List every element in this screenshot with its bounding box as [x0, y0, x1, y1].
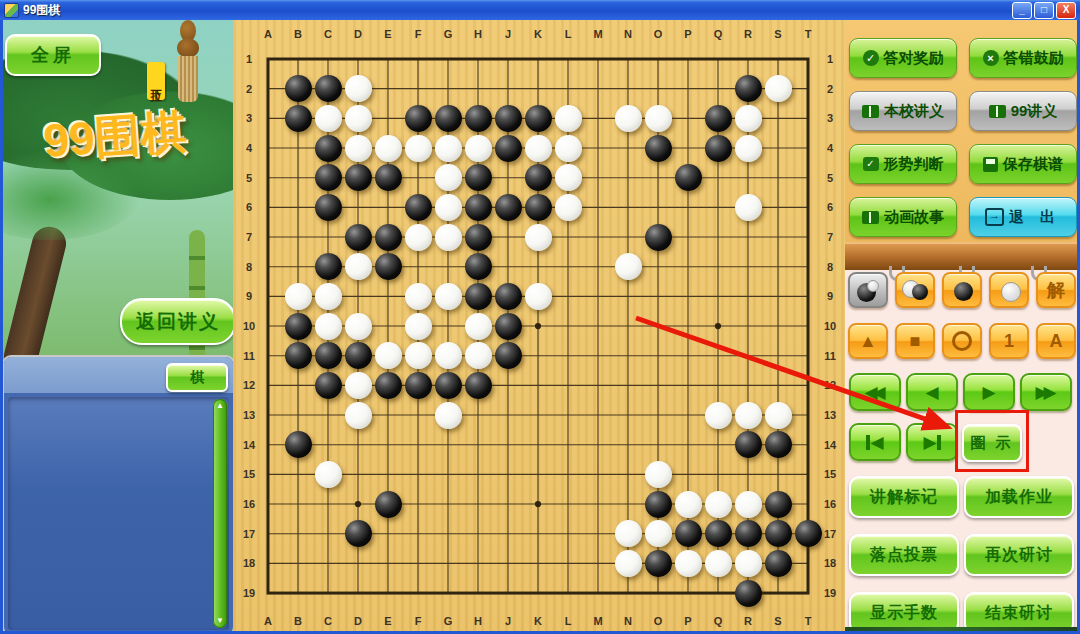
- tool-solve-button[interactable]: 解: [1036, 272, 1076, 308]
- tool-alternate-stones[interactable]: [895, 272, 935, 308]
- white-stone[interactable]: [555, 135, 582, 162]
- coord-letter-bottom: P: [684, 615, 691, 627]
- fast-forward-button[interactable]: ▶▶: [1020, 373, 1072, 411]
- explain-mark-button[interactable]: 讲解标记: [849, 476, 959, 518]
- tab-qi[interactable]: 棋: [166, 363, 228, 392]
- coord-number-right: 8: [827, 261, 833, 273]
- coord-letter-bottom: B: [294, 615, 302, 627]
- black-stone[interactable]: [675, 164, 702, 191]
- white-stone[interactable]: [435, 135, 462, 162]
- minimize-button[interactable]: _: [1012, 2, 1032, 19]
- white-stone[interactable]: [705, 550, 732, 577]
- white-stone[interactable]: [525, 135, 552, 162]
- coord-letter-top: R: [744, 28, 752, 40]
- scroll-down-icon[interactable]: ▼: [213, 614, 227, 628]
- school-lecture-button[interactable]: 本校讲义: [849, 91, 957, 131]
- black-stone[interactable]: [765, 550, 792, 577]
- coord-letter-top: Q: [714, 28, 723, 40]
- back-to-lecture-button[interactable]: 返回讲义: [120, 298, 233, 345]
- white-stone[interactable]: [315, 461, 342, 488]
- black-stone[interactable]: [285, 313, 312, 340]
- close-button[interactable]: X: [1056, 2, 1076, 19]
- coord-number-left: 12: [243, 379, 255, 391]
- step-back-button[interactable]: ◀: [906, 373, 958, 411]
- coord-letter-bottom: G: [444, 615, 453, 627]
- black-stone[interactable]: [735, 431, 762, 458]
- save-floppy-icon: [983, 157, 998, 172]
- white-stone[interactable]: [465, 342, 492, 369]
- mark-triangle-button[interactable]: ▲: [848, 323, 888, 359]
- black-stone[interactable]: [315, 342, 342, 369]
- black-stone[interactable]: [525, 194, 552, 221]
- coord-number-left: 3: [246, 112, 252, 124]
- white-stone[interactable]: [315, 283, 342, 310]
- coord-letter-top: S: [774, 28, 781, 40]
- black-stone[interactable]: [465, 253, 492, 280]
- coord-letter-bottom: Q: [714, 615, 723, 627]
- white-stone[interactable]: [345, 253, 372, 280]
- black-stone[interactable]: [315, 372, 342, 399]
- black-stone[interactable]: [375, 491, 402, 518]
- black-stone[interactable]: [465, 224, 492, 251]
- black-stone[interactable]: [495, 342, 522, 369]
- circle-glyph: [952, 331, 972, 351]
- black-stone-icon: [912, 284, 928, 300]
- to-start-button[interactable]: ◀: [849, 423, 901, 461]
- coord-letter-top: L: [565, 28, 572, 40]
- white-stone[interactable]: [615, 550, 642, 577]
- white-stone[interactable]: [345, 75, 372, 102]
- white-stone[interactable]: [375, 135, 402, 162]
- coord-number-left: 14: [243, 439, 255, 451]
- lecture-99-button[interactable]: 99讲义: [969, 91, 1077, 131]
- white-stone[interactable]: [435, 164, 462, 191]
- coord-number-left: 4: [246, 142, 252, 154]
- coord-number-right: 17: [824, 528, 836, 540]
- black-stone[interactable]: [705, 135, 732, 162]
- white-stone[interactable]: [375, 342, 402, 369]
- coord-number-right: 1: [827, 53, 833, 65]
- coord-number-right: 7: [827, 231, 833, 243]
- scroll-up-icon[interactable]: ▲: [213, 399, 227, 413]
- coord-letter-top: F: [415, 28, 422, 40]
- white-stone[interactable]: [555, 194, 582, 221]
- white-stone[interactable]: [405, 224, 432, 251]
- white-stone[interactable]: [465, 135, 492, 162]
- coord-number-left: 8: [246, 261, 252, 273]
- coord-number-right: 18: [824, 557, 836, 569]
- black-stone[interactable]: [465, 164, 492, 191]
- coord-letter-top: O: [654, 28, 663, 40]
- black-stone[interactable]: [465, 372, 492, 399]
- white-stone[interactable]: [735, 402, 762, 429]
- white-stone[interactable]: [675, 550, 702, 577]
- white-stone[interactable]: [645, 461, 672, 488]
- black-stone[interactable]: [315, 164, 342, 191]
- white-stone[interactable]: [615, 520, 642, 547]
- black-stone[interactable]: [705, 520, 732, 547]
- white-stone[interactable]: [345, 135, 372, 162]
- vote-point-button[interactable]: 落点投票: [849, 534, 959, 576]
- black-stone[interactable]: [405, 105, 432, 132]
- coord-number-right: 6: [827, 201, 833, 213]
- step-forward-button[interactable]: ▶: [963, 373, 1015, 411]
- black-stone[interactable]: [795, 520, 822, 547]
- situation-bubble-icon: ✓: [863, 157, 879, 171]
- reward-correct-button[interactable]: ✓ 答对奖励: [849, 38, 957, 78]
- white-stone[interactable]: [735, 194, 762, 221]
- white-stone-icon: [867, 280, 879, 292]
- black-stone[interactable]: [315, 135, 342, 162]
- red-highlight-box: [955, 410, 1029, 472]
- black-stone[interactable]: [345, 224, 372, 251]
- coord-number-right: 9: [827, 290, 833, 302]
- white-stone[interactable]: [615, 105, 642, 132]
- coord-number-left: 11: [243, 350, 255, 362]
- coord-number-left: 19: [243, 587, 255, 599]
- coord-number-right: 10: [824, 320, 836, 332]
- black-stone[interactable]: [285, 75, 312, 102]
- coord-letter-top: E: [384, 28, 391, 40]
- tree-trunk-art: [0, 223, 69, 377]
- black-stone[interactable]: [285, 342, 312, 369]
- coord-letter-top: K: [534, 28, 542, 40]
- coord-number-right: 3: [827, 112, 833, 124]
- white-stone[interactable]: [345, 372, 372, 399]
- black-stone[interactable]: [315, 75, 342, 102]
- app-icon: [4, 3, 19, 18]
- white-stone[interactable]: [735, 491, 762, 518]
- tool-black-stone[interactable]: [942, 272, 982, 308]
- black-stone[interactable]: [285, 105, 312, 132]
- white-stone[interactable]: [555, 164, 582, 191]
- black-stone[interactable]: [735, 75, 762, 102]
- titlebar: 99围棋 _ □ X: [0, 0, 1080, 20]
- white-stone[interactable]: [525, 224, 552, 251]
- white-stone-icon: [1001, 282, 1021, 302]
- coord-number-left: 9: [246, 290, 252, 302]
- white-stone[interactable]: [405, 135, 432, 162]
- black-stone[interactable]: [495, 283, 522, 310]
- black-stone[interactable]: [345, 520, 372, 547]
- black-stone[interactable]: [375, 253, 402, 280]
- coord-number-right: 15: [824, 468, 836, 480]
- move-listbox: 棋 ▲ ▼: [2, 355, 233, 634]
- black-stone[interactable]: [465, 194, 492, 221]
- listbox-header: 棋: [4, 357, 233, 393]
- white-stone[interactable]: [435, 224, 462, 251]
- left-art-panel: 全屏 下拉 99围棋 返回讲义 棋 ▲ ▼: [0, 20, 233, 634]
- black-stone[interactable]: [765, 491, 792, 518]
- coord-number-left: 2: [246, 83, 252, 95]
- black-stone[interactable]: [675, 520, 702, 547]
- coord-letter-bottom: K: [534, 615, 542, 627]
- right-control-panel: ✓ 答对奖励 × 答错鼓励 本校讲义 99讲义 ✓ 形势判断 保存棋谱: [845, 20, 1080, 634]
- coord-letter-bottom: T: [805, 615, 812, 627]
- go-board[interactable]: AABBCCDDEEFFGGHHJJKKLLMMNNOOPPQQRRSSTT11…: [233, 20, 845, 634]
- black-stone[interactable]: [735, 520, 762, 547]
- maximize-button[interactable]: □: [1034, 2, 1054, 19]
- black-stone[interactable]: [315, 253, 342, 280]
- coord-number-right: 13: [824, 409, 836, 421]
- black-stone[interactable]: [645, 224, 672, 251]
- fullscreen-button[interactable]: 全屏: [5, 34, 101, 76]
- white-stone[interactable]: [315, 105, 342, 132]
- rewind-button[interactable]: ◀◀: [849, 373, 901, 411]
- tool-edit-black-white[interactable]: [848, 272, 888, 308]
- white-stone[interactable]: [345, 313, 372, 340]
- save-kifu-button[interactable]: 保存棋谱: [969, 144, 1077, 184]
- black-stone[interactable]: [405, 194, 432, 221]
- window-border: [0, 20, 3, 634]
- coord-letter-bottom: E: [384, 615, 391, 627]
- coord-number-right: 11: [824, 350, 836, 362]
- white-stone[interactable]: [345, 105, 372, 132]
- white-stone[interactable]: [525, 283, 552, 310]
- app-window: 99围棋 _ □ X 全屏 下拉 99围棋 返回讲义 棋 ▲ ▼: [0, 0, 1080, 634]
- black-stone[interactable]: [495, 194, 522, 221]
- exit-door-icon: →: [985, 208, 1004, 226]
- white-stone[interactable]: [675, 491, 702, 518]
- white-stone[interactable]: [405, 313, 432, 340]
- white-stone[interactable]: [765, 75, 792, 102]
- black-stone[interactable]: [375, 164, 402, 191]
- coord-letter-top: A: [264, 28, 272, 40]
- white-stone[interactable]: [435, 194, 462, 221]
- white-stone[interactable]: [405, 342, 432, 369]
- black-stone[interactable]: [765, 520, 792, 547]
- black-stone[interactable]: [645, 550, 672, 577]
- white-stone[interactable]: [405, 283, 432, 310]
- white-stone[interactable]: [435, 283, 462, 310]
- white-stone[interactable]: [735, 550, 762, 577]
- coord-number-left: 1: [246, 53, 252, 65]
- black-stone[interactable]: [345, 164, 372, 191]
- coord-letter-top: G: [444, 28, 453, 40]
- white-stone[interactable]: [645, 520, 672, 547]
- coord-number-left: 7: [246, 231, 252, 243]
- book-icon: [989, 105, 1006, 118]
- position-judge-button[interactable]: ✓ 形势判断: [849, 144, 957, 184]
- coord-number-left: 13: [243, 409, 255, 421]
- coord-letter-top: H: [474, 28, 482, 40]
- coord-letter-bottom: S: [774, 615, 781, 627]
- black-stone[interactable]: [435, 105, 462, 132]
- book-icon: [862, 105, 879, 118]
- black-stone[interactable]: [315, 194, 342, 221]
- black-stone[interactable]: [495, 105, 522, 132]
- window-title: 99围棋: [23, 2, 60, 19]
- black-stone[interactable]: [375, 224, 402, 251]
- story-book-icon: [862, 211, 879, 224]
- encourage-wrong-button[interactable]: × 答错鼓励: [969, 38, 1077, 78]
- to-end-button[interactable]: ▶: [906, 423, 958, 461]
- coord-letter-bottom: J: [505, 615, 511, 627]
- black-stone[interactable]: [525, 164, 552, 191]
- exit-button[interactable]: → 退 出: [969, 197, 1077, 237]
- coord-letter-bottom: L: [565, 615, 572, 627]
- black-stone[interactable]: [435, 372, 462, 399]
- black-stone[interactable]: [345, 342, 372, 369]
- coord-letter-top: T: [805, 28, 812, 40]
- x-circle-icon: ×: [983, 50, 999, 66]
- black-stone[interactable]: [735, 580, 762, 607]
- black-stone[interactable]: [525, 105, 552, 132]
- black-stone[interactable]: [375, 372, 402, 399]
- white-stone[interactable]: [435, 342, 462, 369]
- white-stone[interactable]: [345, 402, 372, 429]
- black-stone[interactable]: [765, 431, 792, 458]
- white-stone[interactable]: [735, 135, 762, 162]
- mark-letter-button[interactable]: A: [1036, 323, 1076, 359]
- re-discuss-button[interactable]: 再次研讨: [964, 534, 1074, 576]
- white-stone[interactable]: [555, 105, 582, 132]
- check-circle-icon: ✓: [863, 50, 879, 66]
- coord-number-right: 16: [824, 498, 836, 510]
- white-stone[interactable]: [765, 402, 792, 429]
- coord-number-right: 14: [824, 439, 836, 451]
- black-stone[interactable]: [495, 135, 522, 162]
- coord-letter-bottom: M: [593, 615, 602, 627]
- coord-letter-bottom: H: [474, 615, 482, 627]
- coord-number-left: 15: [243, 468, 255, 480]
- black-stone[interactable]: [495, 313, 522, 340]
- white-stone[interactable]: [645, 105, 672, 132]
- animation-story-button[interactable]: 动画故事: [849, 197, 957, 237]
- tassel-icon[interactable]: [175, 20, 201, 104]
- coord-number-left: 16: [243, 498, 255, 510]
- mark-circle-button[interactable]: [942, 323, 982, 359]
- coord-letter-bottom: C: [324, 615, 332, 627]
- mark-square-button[interactable]: ■: [895, 323, 935, 359]
- coord-letter-bottom: D: [354, 615, 362, 627]
- coord-letter-bottom: A: [264, 615, 272, 627]
- coord-letter-top: J: [505, 28, 511, 40]
- coord-number-left: 5: [246, 172, 252, 184]
- scrollbar[interactable]: ▲ ▼: [213, 399, 227, 628]
- white-stone[interactable]: [705, 402, 732, 429]
- black-stone[interactable]: [285, 431, 312, 458]
- coord-letter-top: P: [684, 28, 691, 40]
- coord-number-left: 6: [246, 201, 252, 213]
- white-stone[interactable]: [285, 283, 312, 310]
- black-stone[interactable]: [645, 491, 672, 518]
- tool-white-stone[interactable]: [989, 272, 1029, 308]
- coord-number-right: 2: [827, 83, 833, 95]
- white-stone[interactable]: [435, 402, 462, 429]
- white-stone[interactable]: [615, 253, 642, 280]
- coord-letter-top: D: [354, 28, 362, 40]
- load-homework-button[interactable]: 加载作业: [964, 476, 1074, 518]
- pull-down-tab[interactable]: 下拉: [147, 62, 165, 100]
- coord-letter-top: N: [624, 28, 632, 40]
- mark-number-button[interactable]: 1: [989, 323, 1029, 359]
- coord-letter-bottom: R: [744, 615, 752, 627]
- coord-number-left: 10: [243, 320, 255, 332]
- black-stone[interactable]: [465, 105, 492, 132]
- coord-letter-bottom: O: [654, 615, 663, 627]
- coord-number-left: 17: [243, 528, 255, 540]
- black-stone[interactable]: [405, 372, 432, 399]
- coord-letter-bottom: N: [624, 615, 632, 627]
- coord-number-left: 18: [243, 557, 255, 569]
- coord-letter-bottom: F: [415, 615, 422, 627]
- black-stone-icon: [954, 282, 973, 301]
- coord-number-right: 12: [824, 379, 836, 391]
- coord-letter-top: C: [324, 28, 332, 40]
- coord-number-right: 19: [824, 587, 836, 599]
- white-stone[interactable]: [735, 105, 762, 132]
- black-stone[interactable]: [645, 135, 672, 162]
- black-stone[interactable]: [465, 283, 492, 310]
- white-stone[interactable]: [315, 313, 342, 340]
- coord-number-right: 5: [827, 172, 833, 184]
- coord-number-right: 4: [827, 142, 833, 154]
- coord-letter-top: B: [294, 28, 302, 40]
- coord-letter-top: M: [593, 28, 602, 40]
- white-stone[interactable]: [705, 491, 732, 518]
- listbox-body[interactable]: ▲ ▼: [8, 397, 229, 630]
- black-stone[interactable]: [705, 105, 732, 132]
- white-stone[interactable]: [465, 313, 492, 340]
